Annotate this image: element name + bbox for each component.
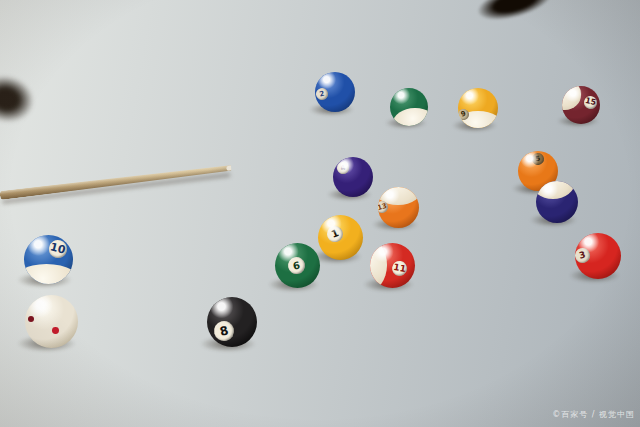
ball-number: 6	[286, 255, 306, 275]
ball-sphere: 15	[562, 86, 600, 124]
ball-stripe	[536, 181, 575, 199]
cue-ball-dot	[52, 327, 59, 334]
ball-10: 10	[24, 235, 73, 284]
ball-number: 13	[378, 200, 390, 215]
ball-stripe	[378, 187, 419, 205]
ball-sphere: 2	[315, 72, 355, 112]
ball-13: 13	[378, 187, 419, 228]
ball-sphere: 10	[24, 235, 73, 284]
ball-9: 9	[458, 88, 498, 128]
ball-11: 11	[370, 243, 415, 288]
ball-number: 1	[324, 224, 345, 245]
ball-sphere: 11	[370, 243, 415, 288]
ball-sphere: 4	[333, 157, 373, 197]
ball-number: 4	[335, 160, 350, 175]
ball-number: 10	[47, 239, 68, 260]
ball-sphere	[536, 181, 578, 223]
ball-14	[390, 88, 428, 126]
watermark: ©百家号 / 视觉中国	[552, 409, 635, 420]
ball-4: 4	[333, 157, 373, 197]
ball-sphere: 1	[318, 215, 363, 260]
ball-sphere: 8	[207, 297, 257, 347]
cue-ball-dot	[28, 316, 34, 322]
ball-3: 3	[575, 233, 621, 279]
pool-table-photo: 2159541313106118 ©百家号 / 视觉中国	[0, 0, 640, 427]
ball-number: 15	[583, 95, 598, 110]
ball-sphere: 6	[275, 243, 320, 288]
ball-sphere	[25, 295, 78, 348]
ball-number: 11	[391, 259, 409, 277]
ball-8: 8	[207, 297, 257, 347]
ball-number: 2	[315, 87, 329, 101]
ball-cue	[25, 295, 78, 348]
ball-sphere: 13	[378, 187, 419, 228]
ball-sphere: 3	[575, 233, 621, 279]
ball-1: 1	[318, 215, 363, 260]
ball-2: 2	[315, 72, 355, 112]
ball-6: 6	[275, 243, 320, 288]
ball-number: 8	[212, 319, 236, 343]
ball-15: 15	[562, 86, 600, 124]
ball-stripe	[562, 86, 581, 110]
ball-number: 5	[531, 153, 545, 167]
ball-number: 3	[575, 246, 591, 264]
balls-layer: 2159541313106118	[0, 0, 640, 427]
ball-12	[536, 181, 578, 223]
ball-sphere: 9	[458, 88, 498, 128]
ball-sphere	[390, 88, 428, 126]
